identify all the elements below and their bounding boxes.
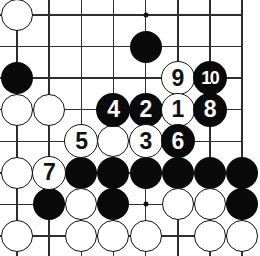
move-number-label: 3 xyxy=(139,130,151,153)
black-stone-move-8-c6r3: 8 xyxy=(193,93,227,127)
black-stone-c3r5 xyxy=(97,157,129,189)
white-stone-c6r6 xyxy=(194,188,226,220)
black-stone-c7r6 xyxy=(226,188,258,220)
move-number-label: 2 xyxy=(139,98,151,121)
white-stone-c2r7 xyxy=(65,220,97,252)
white-stone-move-3-c4r4: 3 xyxy=(129,124,163,158)
white-stone-c3r7 xyxy=(97,220,129,252)
black-stone-c5r5 xyxy=(162,157,194,189)
white-stone-c4r7 xyxy=(130,220,162,252)
move-number-label: 7 xyxy=(43,161,55,184)
white-stone-move-7-c1r5: 7 xyxy=(32,156,66,190)
black-stone-c1r6 xyxy=(33,188,65,220)
black-stone-move-2-c4r3: 2 xyxy=(129,93,163,127)
go-board-diagram: 91042185367 xyxy=(0,0,260,256)
white-stone-c3r4 xyxy=(97,125,129,157)
move-number-label: 1 xyxy=(172,98,184,121)
black-stone-c4r5 xyxy=(130,157,162,189)
white-stone-c7r7 xyxy=(226,220,258,252)
black-stone-move-6-c5r4: 6 xyxy=(161,124,195,158)
move-number-label: 8 xyxy=(204,98,216,121)
white-stone-c5r6 xyxy=(162,188,194,220)
black-stone-c6r5 xyxy=(194,157,226,189)
white-stone-c0r3 xyxy=(1,94,33,126)
white-stone-c1r3 xyxy=(33,94,65,126)
black-stone-c4r1 xyxy=(130,31,162,63)
white-stone-move-9-c5r2: 9 xyxy=(161,61,195,95)
black-stone-move-10-c6r2: 10 xyxy=(193,61,227,95)
black-stone-c2r5 xyxy=(65,157,97,189)
move-number-label: 4 xyxy=(107,98,119,121)
move-number-label: 5 xyxy=(75,130,87,153)
black-stone-c3r6 xyxy=(97,188,129,220)
black-stone-c0r2 xyxy=(1,62,33,94)
white-stone-c2r6 xyxy=(65,188,97,220)
move-number-label: 10 xyxy=(201,69,218,87)
white-stone-c0r7 xyxy=(1,220,33,252)
move-number-label: 9 xyxy=(172,67,184,90)
white-stone-move-1-c5r3: 1 xyxy=(161,93,195,127)
white-stone-c0r5 xyxy=(1,157,33,189)
black-stone-c7r5 xyxy=(226,157,258,189)
move-number-label: 6 xyxy=(172,130,184,153)
white-stone-c0r0 xyxy=(1,0,33,31)
white-stone-move-5-c2r4: 5 xyxy=(64,124,98,158)
black-stone-move-4-c3r3: 4 xyxy=(96,93,130,127)
board-intersections: 91042185367 xyxy=(1,0,258,252)
white-stone-c6r7 xyxy=(194,220,226,252)
